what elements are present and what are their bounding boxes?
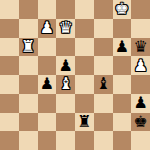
- square-h5[interactable]: ♟: [131, 56, 150, 75]
- square-h2[interactable]: ♚: [131, 113, 150, 132]
- square-a6[interactable]: [0, 38, 19, 57]
- square-d1[interactable]: [56, 131, 75, 150]
- square-c3[interactable]: [38, 94, 57, 113]
- square-c7[interactable]: ♟: [38, 19, 57, 38]
- square-c4[interactable]: ♟: [38, 75, 57, 94]
- square-e2[interactable]: ♜: [75, 113, 94, 132]
- black-rook-e2: ♜: [77, 114, 91, 130]
- black-queen-h6: ♛: [133, 39, 147, 55]
- square-d8[interactable]: [56, 0, 75, 19]
- square-e3[interactable]: [75, 94, 94, 113]
- white-rook-b6: ♜: [21, 39, 35, 55]
- square-f3[interactable]: [94, 94, 113, 113]
- square-h4[interactable]: [131, 75, 150, 94]
- white-queen-d7: ♛: [58, 20, 72, 36]
- square-d3[interactable]: [56, 94, 75, 113]
- square-e6[interactable]: [75, 38, 94, 57]
- square-h3[interactable]: ♟: [131, 94, 150, 113]
- square-a4[interactable]: [0, 75, 19, 94]
- black-pawn-g6: ♟: [115, 39, 129, 55]
- square-e7[interactable]: [75, 19, 94, 38]
- square-a8[interactable]: [0, 0, 19, 19]
- square-e4[interactable]: [75, 75, 94, 94]
- square-a1[interactable]: [0, 131, 19, 150]
- black-pawn-h3: ♟: [133, 95, 147, 111]
- square-g4[interactable]: [113, 75, 132, 94]
- square-a5[interactable]: [0, 56, 19, 75]
- square-e8[interactable]: [75, 0, 94, 19]
- square-h8[interactable]: [131, 0, 150, 19]
- square-f1[interactable]: [94, 131, 113, 150]
- white-pawn-h5: ♟: [133, 58, 147, 74]
- white-king-g8: ♚: [115, 1, 129, 17]
- square-b8[interactable]: [19, 0, 38, 19]
- square-g5[interactable]: [113, 56, 132, 75]
- square-f8[interactable]: [94, 0, 113, 19]
- square-f2[interactable]: [94, 113, 113, 132]
- white-pawn-c7: ♟: [40, 20, 54, 36]
- square-b1[interactable]: [19, 131, 38, 150]
- square-g6[interactable]: ♟: [113, 38, 132, 57]
- square-a3[interactable]: [0, 94, 19, 113]
- square-g7[interactable]: [113, 19, 132, 38]
- square-d2[interactable]: [56, 113, 75, 132]
- black-pawn-c4: ♟: [40, 76, 54, 92]
- square-e5[interactable]: [75, 56, 94, 75]
- square-b4[interactable]: [19, 75, 38, 94]
- square-g2[interactable]: [113, 113, 132, 132]
- square-d5[interactable]: ♟: [56, 56, 75, 75]
- square-d6[interactable]: [56, 38, 75, 57]
- square-d7[interactable]: ♛: [56, 19, 75, 38]
- square-e1[interactable]: [75, 131, 94, 150]
- square-f7[interactable]: [94, 19, 113, 38]
- square-b5[interactable]: [19, 56, 38, 75]
- square-h1[interactable]: [131, 131, 150, 150]
- square-d4[interactable]: ♝: [56, 75, 75, 94]
- square-h6[interactable]: ♛: [131, 38, 150, 57]
- square-b2[interactable]: [19, 113, 38, 132]
- square-c8[interactable]: [38, 0, 57, 19]
- square-b7[interactable]: [19, 19, 38, 38]
- square-c5[interactable]: [38, 56, 57, 75]
- square-a7[interactable]: [0, 19, 19, 38]
- square-g8[interactable]: ♚: [113, 0, 132, 19]
- square-f6[interactable]: [94, 38, 113, 57]
- square-h7[interactable]: [131, 19, 150, 38]
- chess-board-container: ♚♟♛♜♟♛♟♟♟♝♝♟♜♚: [0, 0, 150, 150]
- square-b3[interactable]: [19, 94, 38, 113]
- square-c2[interactable]: [38, 113, 57, 132]
- square-f4[interactable]: ♝: [94, 75, 113, 94]
- square-b6[interactable]: ♜: [19, 38, 38, 57]
- square-a2[interactable]: [0, 113, 19, 132]
- black-bishop-f4: ♝: [96, 76, 110, 92]
- square-f5[interactable]: [94, 56, 113, 75]
- chess-board: ♚♟♛♜♟♛♟♟♟♝♝♟♜♚: [0, 0, 150, 150]
- square-c6[interactable]: [38, 38, 57, 57]
- black-king-h2: ♚: [133, 114, 147, 130]
- square-g3[interactable]: [113, 94, 132, 113]
- white-bishop-d4: ♝: [58, 76, 72, 92]
- square-c1[interactable]: [38, 131, 57, 150]
- square-g1[interactable]: [113, 131, 132, 150]
- black-pawn-d5: ♟: [58, 58, 72, 74]
